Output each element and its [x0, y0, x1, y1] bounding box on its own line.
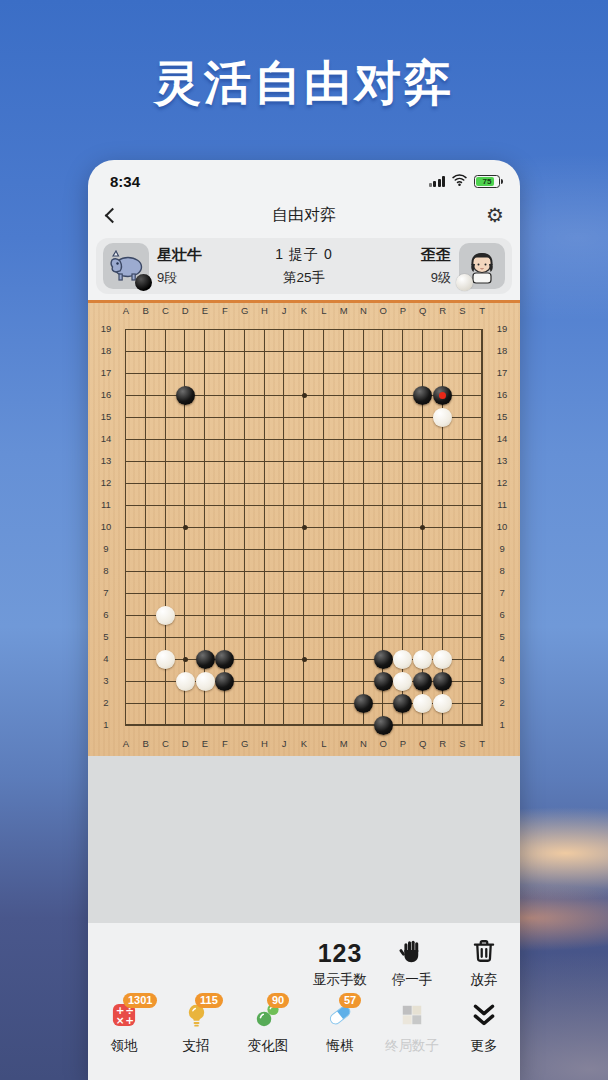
row-labels-right: 19181716151413121110987654321: [492, 318, 512, 736]
star-point: [420, 525, 425, 530]
back-chevron-icon: [105, 207, 121, 223]
controls-row: 123显示手数停一手放弃: [88, 923, 520, 989]
show-move-numbers-button[interactable]: 123显示手数: [304, 936, 376, 989]
row-label: 2: [492, 692, 512, 714]
column-labels-bottom: ABCDEFGHJKLMNOPQRST: [116, 736, 492, 752]
row-label: 18: [96, 340, 116, 362]
show-move-numbers-value: 123: [318, 939, 363, 968]
captures-info: 1 提子 0: [275, 246, 332, 264]
go-board: ABCDEFGHJKLMNOPQRST 19181716151413121110…: [88, 300, 520, 756]
page-title: 自由对弈: [134, 205, 474, 226]
resign-label: 放弃: [471, 971, 498, 989]
col-label: O: [373, 304, 393, 318]
row-label: 7: [96, 582, 116, 604]
bottom-panel: 123显示手数停一手放弃 +÷×+1301领地115支招90变化图57悔棋终局数…: [88, 923, 520, 1080]
territory-badge: 1301: [123, 993, 157, 1008]
col-label: N: [354, 304, 374, 318]
undo-move-badge: 57: [339, 993, 361, 1008]
black-stone-O3[interactable]: [374, 672, 393, 691]
black-stone-O4[interactable]: [374, 650, 393, 669]
variation-diagram-button[interactable]: 90变化图: [232, 1000, 304, 1055]
star-point: [302, 393, 307, 398]
col-label: L: [314, 736, 334, 752]
col-label: G: [235, 736, 255, 752]
black-player-rank: 9段: [157, 269, 215, 287]
clock: 8:34: [110, 173, 429, 190]
col-label: O: [373, 736, 393, 752]
black-stone-indicator: [135, 274, 152, 291]
hero-title: 灵活自由对弈: [0, 52, 608, 115]
col-label: F: [215, 304, 235, 318]
pass-label: 停一手: [392, 971, 433, 989]
back-button[interactable]: [104, 210, 134, 221]
chevrons-icon: [469, 1002, 499, 1033]
column-labels-top: ABCDEFGHJKLMNOPQRST: [116, 304, 492, 318]
col-label: M: [334, 736, 354, 752]
row-label: 4: [96, 648, 116, 670]
black-stone-Q16[interactable]: [413, 386, 432, 405]
battery-percent: 75: [475, 176, 499, 187]
col-label: A: [116, 736, 136, 752]
star-point: [183, 525, 188, 530]
white-player-avatar[interactable]: [459, 243, 505, 289]
resign-button[interactable]: 放弃: [448, 936, 520, 989]
col-label: L: [314, 304, 334, 318]
variation-diagram-label: 变化图: [248, 1037, 289, 1055]
row-label: 8: [96, 560, 116, 582]
row-label: 18: [492, 340, 512, 362]
row-label: 6: [492, 604, 512, 626]
col-label: G: [235, 304, 255, 318]
white-stone-indicator: [456, 274, 473, 291]
col-label: B: [136, 304, 156, 318]
svg-text:×: ×: [116, 1014, 125, 1026]
count-icon: [399, 1002, 425, 1032]
white-stone-R2[interactable]: [433, 694, 452, 713]
row-label: 10: [492, 516, 512, 538]
row-label: 17: [492, 362, 512, 384]
col-label: S: [452, 736, 472, 752]
black-stone-R3[interactable]: [433, 672, 452, 691]
row-label: 5: [492, 626, 512, 648]
phone-screen: 8:34 75 自由对弈 ⚙: [88, 160, 520, 1080]
settings-button[interactable]: ⚙: [474, 205, 504, 225]
gear-icon: ⚙: [486, 204, 504, 226]
col-label: D: [175, 736, 195, 752]
hint-label: 支招: [183, 1037, 210, 1055]
row-label: 1: [492, 714, 512, 736]
row-label: 8: [492, 560, 512, 582]
col-label: K: [294, 736, 314, 752]
col-label: T: [472, 736, 492, 752]
col-label: N: [354, 736, 374, 752]
black-stone-Q3[interactable]: [413, 672, 432, 691]
col-label: J: [274, 304, 294, 318]
star-point: [302, 525, 307, 530]
svg-text:+: +: [125, 1014, 134, 1026]
star-point: [183, 657, 188, 662]
player-bar: 星壮牛 9段 1 提子 0 第25手 歪歪 9级: [96, 238, 512, 294]
move-number: 第25手: [283, 269, 325, 287]
row-label: 16: [96, 384, 116, 406]
white-stone-P3[interactable]: [393, 672, 412, 691]
black-stone-R16[interactable]: [433, 386, 452, 405]
board-grid[interactable]: [116, 318, 492, 736]
col-label: S: [452, 304, 472, 318]
star-point: [302, 657, 307, 662]
toolbar-row: +÷×+1301领地115支招90变化图57悔棋终局数子更多: [88, 1000, 520, 1055]
hand-icon: [399, 938, 426, 969]
white-stone-P4[interactable]: [393, 650, 412, 669]
row-label: 12: [492, 472, 512, 494]
col-label: C: [156, 736, 176, 752]
row-label: 13: [492, 450, 512, 472]
row-label: 5: [96, 626, 116, 648]
col-label: E: [195, 304, 215, 318]
row-label: 11: [96, 494, 116, 516]
row-labels-left: 19181716151413121110987654321: [96, 318, 116, 736]
undo-move-label: 悔棋: [327, 1037, 354, 1055]
col-label: R: [433, 304, 453, 318]
black-stone-N2[interactable]: [354, 694, 373, 713]
row-label: 13: [96, 450, 116, 472]
row-label: 19: [492, 318, 512, 340]
col-label: T: [472, 304, 492, 318]
row-label: 10: [96, 516, 116, 538]
row-label: 2: [96, 692, 116, 714]
white-player-name: 歪歪: [421, 246, 451, 265]
row-label: 15: [492, 406, 512, 428]
territory-label: 领地: [111, 1037, 138, 1055]
final-counting-button: 终局数子: [376, 1000, 448, 1055]
trash-icon: [471, 938, 497, 968]
col-label: Q: [413, 304, 433, 318]
col-label: A: [116, 304, 136, 318]
black-stone-F3[interactable]: [215, 672, 234, 691]
variation-diagram-badge: 90: [267, 993, 289, 1008]
row-label: 19: [96, 318, 116, 340]
white-stone-Q2[interactable]: [413, 694, 432, 713]
col-label: P: [393, 736, 413, 752]
col-label: H: [255, 304, 275, 318]
pass-button[interactable]: 停一手: [376, 936, 448, 989]
col-label: Q: [413, 736, 433, 752]
white-stone-E3[interactable]: [196, 672, 215, 691]
row-label: 4: [492, 648, 512, 670]
white-player-rank: 9级: [431, 269, 451, 287]
white-stone-C4[interactable]: [156, 650, 175, 669]
col-label: E: [195, 736, 215, 752]
col-label: D: [175, 304, 195, 318]
col-label: M: [334, 304, 354, 318]
undo-move-button[interactable]: 57悔棋: [304, 1000, 376, 1055]
territory-button[interactable]: +÷×+1301领地: [88, 1000, 160, 1055]
white-stone-R4[interactable]: [433, 650, 452, 669]
row-label: 9: [96, 538, 116, 560]
row-label: 3: [492, 670, 512, 692]
row-label: 7: [492, 582, 512, 604]
wifi-icon: [451, 172, 468, 191]
black-stone-D16[interactable]: [176, 386, 195, 405]
row-label: 3: [96, 670, 116, 692]
white-stone-Q4[interactable]: [413, 650, 432, 669]
white-stone-D3[interactable]: [176, 672, 195, 691]
more-label: 更多: [471, 1037, 498, 1055]
black-stone-O1[interactable]: [374, 716, 393, 735]
row-label: 11: [492, 494, 512, 516]
row-label: 9: [492, 538, 512, 560]
status-bar: 8:34 75: [88, 160, 520, 196]
row-label: 16: [492, 384, 512, 406]
black-player-name: 星壮牛: [157, 246, 215, 265]
black-stone-F4[interactable]: [215, 650, 234, 669]
last-move-marker: [439, 392, 446, 399]
hint-badge: 115: [195, 993, 223, 1008]
col-label: C: [156, 304, 176, 318]
nav-bar: 自由对弈 ⚙: [88, 196, 520, 234]
hint-button[interactable]: 115支招: [160, 1000, 232, 1055]
show-move-numbers-label: 显示手数: [313, 971, 367, 989]
row-label: 12: [96, 472, 116, 494]
col-label: K: [294, 304, 314, 318]
board-lower-margin: [88, 756, 520, 923]
black-stone-E4[interactable]: [196, 650, 215, 669]
row-label: 17: [96, 362, 116, 384]
col-label: H: [255, 736, 275, 752]
black-stone-P2[interactable]: [393, 694, 412, 713]
row-label: 14: [492, 428, 512, 450]
col-label: F: [215, 736, 235, 752]
row-label: 6: [96, 604, 116, 626]
signal-icon: [429, 176, 446, 187]
row-label: 14: [96, 428, 116, 450]
more-button[interactable]: 更多: [448, 1000, 520, 1055]
row-label: 15: [96, 406, 116, 428]
col-label: P: [393, 304, 413, 318]
row-label: 1: [96, 714, 116, 736]
white-stone-C6[interactable]: [156, 606, 175, 625]
final-counting-label: 终局数子: [385, 1037, 439, 1055]
white-stone-R15[interactable]: [433, 408, 452, 427]
battery-icon: 75: [474, 175, 500, 188]
col-label: R: [433, 736, 453, 752]
black-player-avatar[interactable]: [103, 243, 149, 289]
col-label: B: [136, 736, 156, 752]
col-label: J: [274, 736, 294, 752]
